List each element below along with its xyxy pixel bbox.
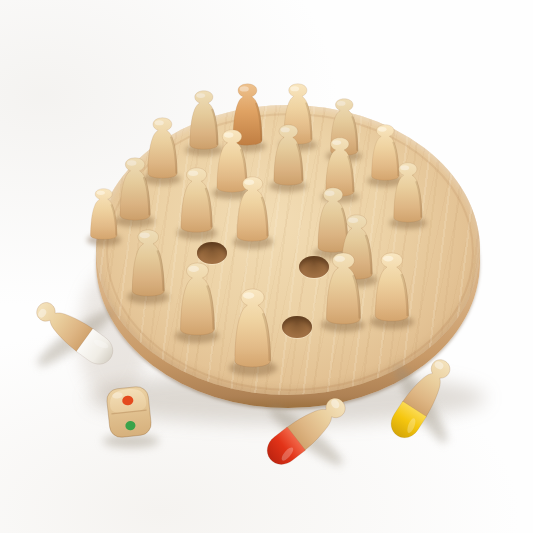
standing-peg[interactable] [270,124,307,186]
standing-peg[interactable] [116,157,154,221]
color-die[interactable] [103,381,155,443]
standing-peg[interactable] [322,252,365,325]
standing-peg[interactable] [390,162,426,223]
standing-peg[interactable] [233,176,272,242]
standing-peg[interactable] [176,262,219,336]
empty-hole[interactable] [197,242,227,264]
standing-peg[interactable] [128,229,168,297]
standing-peg[interactable] [371,252,413,322]
scene [0,0,533,533]
standing-peg[interactable] [87,188,120,240]
standing-peg[interactable] [177,167,216,233]
standing-peg[interactable] [230,288,275,368]
empty-hole[interactable] [282,316,312,338]
